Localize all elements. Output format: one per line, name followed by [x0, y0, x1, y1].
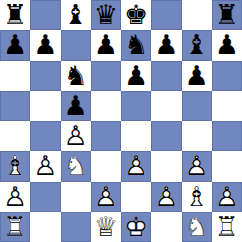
black-pawn-icon: ♟ [182, 61, 212, 91]
square-c8[interactable]: ♝ [61, 0, 91, 30]
square-b7[interactable]: ♟ [30, 30, 60, 60]
black-bishop-icon: ♝ [61, 0, 91, 30]
square-f3[interactable] [151, 151, 181, 181]
piece-black-pawn[interactable]: ♟ [0, 30, 30, 60]
black-pawn-icon: ♟ [0, 30, 30, 60]
piece-white-pawn[interactable]: ♟♙ [151, 182, 181, 212]
white-pawn-outline-icon: ♙ [61, 121, 91, 151]
white-pawn-outline-icon: ♙ [182, 151, 212, 181]
square-e5[interactable] [121, 91, 151, 121]
square-d7[interactable]: ♟ [91, 30, 121, 60]
piece-black-pawn[interactable]: ♟ [182, 61, 212, 91]
square-d2[interactable]: ♟♙ [91, 182, 121, 212]
white-queen-outline-icon: ♕ [91, 212, 121, 242]
white-rook-outline-icon: ♖ [212, 212, 242, 242]
square-c7[interactable] [61, 30, 91, 60]
square-a8[interactable]: ♜ [0, 0, 30, 30]
square-d1[interactable]: ♛♕ [91, 212, 121, 242]
piece-white-pawn[interactable]: ♟♙ [61, 121, 91, 151]
square-g5[interactable] [182, 91, 212, 121]
piece-white-pawn[interactable]: ♟♙ [91, 182, 121, 212]
square-e6[interactable]: ♟ [121, 61, 151, 91]
white-pawn-outline-icon: ♙ [212, 182, 242, 212]
piece-black-bishop[interactable]: ♝ [182, 30, 212, 60]
piece-black-pawn[interactable]: ♟ [212, 30, 242, 60]
piece-white-rook[interactable]: ♜♖ [0, 212, 30, 242]
square-d5[interactable] [91, 91, 121, 121]
square-h2[interactable]: ♟♙ [212, 182, 242, 212]
square-a7[interactable]: ♟ [0, 30, 30, 60]
piece-black-pawn[interactable]: ♟ [30, 30, 60, 60]
square-f8[interactable] [151, 0, 181, 30]
black-rook-icon: ♜ [0, 0, 30, 30]
square-b1[interactable] [30, 212, 60, 242]
white-rook-outline-icon: ♖ [0, 212, 30, 242]
black-pawn-icon: ♟ [30, 30, 60, 60]
white-pawn-outline-icon: ♙ [151, 182, 181, 212]
piece-white-pawn[interactable]: ♟♙ [212, 182, 242, 212]
piece-white-queen[interactable]: ♛♕ [91, 212, 121, 242]
square-f4[interactable] [151, 121, 181, 151]
square-e3[interactable]: ♟♙ [121, 151, 151, 181]
white-pawn-outline-icon: ♙ [30, 151, 60, 181]
black-pawn-icon: ♟ [91, 30, 121, 60]
white-pawn-outline-icon: ♙ [91, 182, 121, 212]
chess-board: ♜♝♛♚♜♟♟♟♞♟♝♟♞♟♟♟♟♙♝♗♟♙♞♘♟♙♟♙♟♙♟♙♟♙♝♗♟♙♜♖… [0, 0, 242, 242]
piece-white-king[interactable]: ♚♔ [121, 212, 151, 242]
square-c2[interactable] [61, 182, 91, 212]
square-b5[interactable] [30, 91, 60, 121]
black-pawn-icon: ♟ [121, 61, 151, 91]
square-d3[interactable] [91, 151, 121, 181]
square-e7[interactable]: ♞ [121, 30, 151, 60]
square-g2[interactable]: ♝♗ [182, 182, 212, 212]
piece-black-pawn[interactable]: ♟ [91, 30, 121, 60]
square-f1[interactable] [151, 212, 181, 242]
piece-black-knight[interactable]: ♞ [121, 30, 151, 60]
black-king-icon: ♚ [121, 0, 151, 30]
square-h5[interactable] [212, 91, 242, 121]
square-h8[interactable]: ♜ [212, 0, 242, 30]
square-b6[interactable] [30, 61, 60, 91]
white-bishop-outline-icon: ♗ [0, 151, 30, 181]
black-bishop-icon: ♝ [182, 30, 212, 60]
square-g3[interactable]: ♟♙ [182, 151, 212, 181]
white-king-outline-icon: ♔ [121, 212, 151, 242]
square-g8[interactable] [182, 0, 212, 30]
piece-black-pawn[interactable]: ♟ [151, 30, 181, 60]
square-g6[interactable]: ♟ [182, 61, 212, 91]
black-pawn-icon: ♟ [151, 30, 181, 60]
square-a1[interactable]: ♜♖ [0, 212, 30, 242]
piece-black-pawn[interactable]: ♟ [121, 61, 151, 91]
square-g7[interactable]: ♝ [182, 30, 212, 60]
black-pawn-icon: ♟ [61, 91, 91, 121]
square-b2[interactable] [30, 182, 60, 212]
square-b3[interactable]: ♟♙ [30, 151, 60, 181]
square-c5[interactable]: ♟ [61, 91, 91, 121]
square-g1[interactable]: ♞♘ [182, 212, 212, 242]
square-a4[interactable] [0, 121, 30, 151]
piece-white-pawn[interactable]: ♟♙ [0, 182, 30, 212]
square-h1[interactable]: ♜♖ [212, 212, 242, 242]
square-h3[interactable] [212, 151, 242, 181]
square-h7[interactable]: ♟ [212, 30, 242, 60]
square-d6[interactable] [91, 61, 121, 91]
piece-white-bishop[interactable]: ♝♗ [182, 182, 212, 212]
piece-white-knight[interactable]: ♞♘ [61, 151, 91, 181]
white-bishop-outline-icon: ♗ [182, 182, 212, 212]
square-c3[interactable]: ♞♘ [61, 151, 91, 181]
black-pawn-icon: ♟ [212, 30, 242, 60]
black-rook-icon: ♜ [212, 0, 242, 30]
square-c4[interactable]: ♟♙ [61, 121, 91, 151]
piece-black-rook[interactable]: ♜ [0, 0, 30, 30]
piece-black-bishop[interactable]: ♝ [61, 0, 91, 30]
piece-white-knight[interactable]: ♞♘ [182, 212, 212, 242]
square-d8[interactable]: ♛ [91, 0, 121, 30]
white-knight-outline-icon: ♘ [182, 212, 212, 242]
square-h4[interactable] [212, 121, 242, 151]
piece-white-bishop[interactable]: ♝♗ [0, 151, 30, 181]
square-e8[interactable]: ♚ [121, 0, 151, 30]
square-a3[interactable]: ♝♗ [0, 151, 30, 181]
piece-white-pawn[interactable]: ♟♙ [182, 151, 212, 181]
piece-black-pawn[interactable]: ♟ [61, 91, 91, 121]
square-f5[interactable] [151, 91, 181, 121]
white-pawn-outline-icon: ♙ [0, 182, 30, 212]
square-a6[interactable] [0, 61, 30, 91]
piece-black-rook[interactable]: ♜ [212, 0, 242, 30]
square-f6[interactable] [151, 61, 181, 91]
square-e2[interactable] [121, 182, 151, 212]
piece-white-pawn[interactable]: ♟♙ [121, 151, 151, 181]
black-knight-icon: ♞ [121, 30, 151, 60]
black-knight-icon: ♞ [61, 61, 91, 91]
piece-black-king[interactable]: ♚ [121, 0, 151, 30]
square-f2[interactable]: ♟♙ [151, 182, 181, 212]
square-g4[interactable] [182, 121, 212, 151]
piece-black-queen[interactable]: ♛ [91, 0, 121, 30]
square-b8[interactable] [30, 0, 60, 30]
piece-black-knight[interactable]: ♞ [61, 61, 91, 91]
piece-white-rook[interactable]: ♜♖ [212, 212, 242, 242]
square-e1[interactable]: ♚♔ [121, 212, 151, 242]
square-a5[interactable] [0, 91, 30, 121]
piece-white-pawn[interactable]: ♟♙ [30, 151, 60, 181]
square-b4[interactable] [30, 121, 60, 151]
white-knight-outline-icon: ♘ [61, 151, 91, 181]
black-queen-icon: ♛ [91, 0, 121, 30]
square-h6[interactable] [212, 61, 242, 91]
square-f7[interactable]: ♟ [151, 30, 181, 60]
square-d4[interactable] [91, 121, 121, 151]
square-a2[interactable]: ♟♙ [0, 182, 30, 212]
square-c1[interactable] [61, 212, 91, 242]
square-c6[interactable]: ♞ [61, 61, 91, 91]
square-e4[interactable] [121, 121, 151, 151]
white-pawn-outline-icon: ♙ [121, 151, 151, 181]
